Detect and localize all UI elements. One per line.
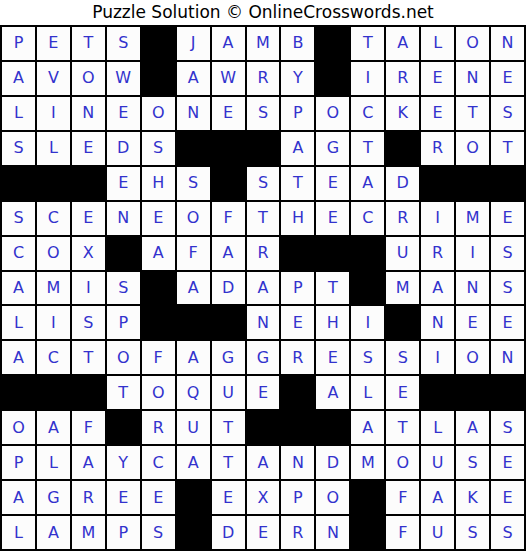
cell-r15c9: R [280, 515, 315, 550]
page-title: Puzzle Solution © OnlineCrosswords.net [92, 2, 434, 22]
cell-r11c3 [71, 375, 106, 410]
cell-r9c14: E [455, 305, 490, 340]
cell-r14c6 [176, 480, 211, 515]
cell-r6c2: C [36, 201, 71, 236]
cell-r15c14: S [455, 515, 490, 550]
cell-r1c6: J [176, 26, 211, 61]
cell-r9c15: E [490, 305, 525, 340]
cell-r12c11: A [350, 410, 385, 445]
cell-r8c5 [141, 271, 176, 306]
cell-r10c4: O [106, 340, 141, 375]
cell-r5c1 [1, 166, 36, 201]
cell-r3c13: E [420, 96, 455, 131]
cell-r1c4: S [106, 26, 141, 61]
cell-r9c9: E [280, 305, 315, 340]
cell-r10c15: N [490, 340, 525, 375]
cell-r4c8 [246, 131, 281, 166]
cell-r11c15 [490, 375, 525, 410]
cell-r2c4: W [106, 61, 141, 96]
cell-r10c5: F [141, 340, 176, 375]
cell-r4c5: S [141, 131, 176, 166]
cell-r2c1: A [1, 61, 36, 96]
cell-r15c11 [350, 515, 385, 550]
cell-r14c13: A [420, 480, 455, 515]
cell-r4c11: T [350, 131, 385, 166]
cell-r15c13: U [420, 515, 455, 550]
cell-r12c15: S [490, 410, 525, 445]
cell-r14c14: K [455, 480, 490, 515]
cell-r7c13: R [420, 236, 455, 271]
cell-r3c8: S [246, 96, 281, 131]
cell-r10c13: I [420, 340, 455, 375]
cell-r14c4: E [106, 480, 141, 515]
cell-r7c10 [315, 236, 350, 271]
cell-r5c13 [420, 166, 455, 201]
cell-r7c5: A [141, 236, 176, 271]
cell-r7c2: O [36, 236, 71, 271]
cell-r15c2: A [36, 515, 71, 550]
cell-r15c15: S [490, 515, 525, 550]
cell-r13c9: N [280, 445, 315, 480]
cell-r5c4: E [106, 166, 141, 201]
cell-r4c10: G [315, 131, 350, 166]
cell-r2c9: Y [280, 61, 315, 96]
cell-r9c7 [211, 305, 246, 340]
cell-r12c4 [106, 410, 141, 445]
cell-r15c8: E [246, 515, 281, 550]
cell-r5c15 [490, 166, 525, 201]
cell-r14c7: E [211, 480, 246, 515]
cell-r11c4: T [106, 375, 141, 410]
cell-r9c2: I [36, 305, 71, 340]
cell-r9c10: H [315, 305, 350, 340]
cell-r5c5: H [141, 166, 176, 201]
cell-r6c11: C [350, 201, 385, 236]
cell-r14c5: E [141, 480, 176, 515]
cell-r13c13: U [420, 445, 455, 480]
cell-r7c11 [350, 236, 385, 271]
cell-r4c14: O [455, 131, 490, 166]
cell-r2c7: W [211, 61, 246, 96]
cell-r12c6: U [176, 410, 211, 445]
cell-r3c14: T [455, 96, 490, 131]
cell-r14c11 [350, 480, 385, 515]
cell-r1c5 [141, 26, 176, 61]
cell-r15c5: S [141, 515, 176, 550]
cell-r7c3: X [71, 236, 106, 271]
cell-r15c10: N [315, 515, 350, 550]
cell-r12c1: O [1, 410, 36, 445]
cell-r6c13: I [420, 201, 455, 236]
cell-r12c3: F [71, 410, 106, 445]
cell-r12c13: L [420, 410, 455, 445]
cell-r10c14: O [455, 340, 490, 375]
cell-r5c7 [211, 166, 246, 201]
cell-r14c2: G [36, 480, 71, 515]
cell-r5c14 [455, 166, 490, 201]
cell-r7c14: I [455, 236, 490, 271]
cell-r12c10 [315, 410, 350, 445]
cell-r10c12: S [385, 340, 420, 375]
cell-r15c12: F [385, 515, 420, 550]
cell-r13c15: E [490, 445, 525, 480]
cell-r8c3: I [71, 271, 106, 306]
cell-r6c7: F [211, 201, 246, 236]
cell-r7c9 [280, 236, 315, 271]
cell-r8c14: N [455, 271, 490, 306]
cell-r14c1: A [1, 480, 36, 515]
cell-r4c13: R [420, 131, 455, 166]
cell-r14c3: R [71, 480, 106, 515]
cell-r3c5: O [141, 96, 176, 131]
cell-r1c11: T [350, 26, 385, 61]
cell-r2c10 [315, 61, 350, 96]
cell-r6c6: O [176, 201, 211, 236]
cell-r1c9: B [280, 26, 315, 61]
cell-r8c13: A [420, 271, 455, 306]
cell-r10c2: C [36, 340, 71, 375]
cell-r4c3: E [71, 131, 106, 166]
cell-r5c3 [71, 166, 106, 201]
cell-r9c3: S [71, 305, 106, 340]
cell-r8c1: A [1, 271, 36, 306]
cell-r10c10: E [315, 340, 350, 375]
cell-r9c8: N [246, 305, 281, 340]
cell-r14c9: P [280, 480, 315, 515]
cell-r2c5 [141, 61, 176, 96]
cell-r8c2: M [36, 271, 71, 306]
cell-r13c11: M [350, 445, 385, 480]
cell-r12c7: T [211, 410, 246, 445]
cell-r2c2: V [36, 61, 71, 96]
cell-r10c6: A [176, 340, 211, 375]
cell-r3c9: P [280, 96, 315, 131]
cell-r6c8: T [246, 201, 281, 236]
cell-r12c9 [280, 410, 315, 445]
cell-r8c6: A [176, 271, 211, 306]
cell-r4c6 [176, 131, 211, 166]
cell-r4c2: L [36, 131, 71, 166]
cell-r3c4: E [106, 96, 141, 131]
cell-r14c12: F [385, 480, 420, 515]
cell-r12c12: T [385, 410, 420, 445]
cell-r2c6: A [176, 61, 211, 96]
cell-r5c12: D [385, 166, 420, 201]
cell-r8c12: M [385, 271, 420, 306]
cell-r11c5: O [141, 375, 176, 410]
cell-r10c9: R [280, 340, 315, 375]
cell-r9c4: P [106, 305, 141, 340]
cell-r12c8 [246, 410, 281, 445]
cell-r9c6 [176, 305, 211, 340]
cell-r4c4: D [106, 131, 141, 166]
cell-r10c1: A [1, 340, 36, 375]
cell-r13c8: A [246, 445, 281, 480]
cell-r4c1: S [1, 131, 36, 166]
cell-r2c15: E [490, 61, 525, 96]
cell-r10c11: S [350, 340, 385, 375]
cell-r8c11 [350, 271, 385, 306]
cell-r15c4: P [106, 515, 141, 550]
cell-r11c9 [280, 375, 315, 410]
cell-r3c3: N [71, 96, 106, 131]
cell-r11c13 [420, 375, 455, 410]
cell-r12c2: A [36, 410, 71, 445]
cell-r10c7: G [211, 340, 246, 375]
cell-r6c15: E [490, 201, 525, 236]
puzzle-solution-page: Puzzle Solution © OnlineCrosswords.net P… [0, 0, 526, 551]
cell-r15c1: L [1, 515, 36, 550]
cell-r6c5: E [141, 201, 176, 236]
cell-r5c9: T [280, 166, 315, 201]
cell-r15c3: M [71, 515, 106, 550]
cell-r1c2: E [36, 26, 71, 61]
cell-r1c13: L [420, 26, 455, 61]
cell-r7c1: C [1, 236, 36, 271]
cell-r3c11: C [350, 96, 385, 131]
cell-r6c9: H [280, 201, 315, 236]
cell-r12c5: R [141, 410, 176, 445]
cell-r4c7 [211, 131, 246, 166]
cell-r3c10: O [315, 96, 350, 131]
cell-r15c7: D [211, 515, 246, 550]
cell-r3c6: N [176, 96, 211, 131]
cell-r4c15: T [490, 131, 525, 166]
cell-r1c14: O [455, 26, 490, 61]
cell-r13c2: L [36, 445, 71, 480]
cell-r2c11: I [350, 61, 385, 96]
cell-r7c15: S [490, 236, 525, 271]
cell-r8c8: A [246, 271, 281, 306]
cell-r8c4: S [106, 271, 141, 306]
cell-r1c8: M [246, 26, 281, 61]
cell-r1c12: A [385, 26, 420, 61]
cell-r13c1: P [1, 445, 36, 480]
cell-r11c2 [36, 375, 71, 410]
cell-r9c1: L [1, 305, 36, 340]
cell-r9c13: N [420, 305, 455, 340]
cell-r5c2 [36, 166, 71, 201]
cell-r6c14: M [455, 201, 490, 236]
cell-r1c7: A [211, 26, 246, 61]
cell-r13c7: T [211, 445, 246, 480]
cell-r10c8: G [246, 340, 281, 375]
cell-r8c10: T [315, 271, 350, 306]
cell-r1c1: P [1, 26, 36, 61]
cell-r11c8: E [246, 375, 281, 410]
cell-r5c11: A [350, 166, 385, 201]
cell-r6c10: E [315, 201, 350, 236]
cell-r13c4: Y [106, 445, 141, 480]
cell-r1c3: T [71, 26, 106, 61]
cell-r3c15: S [490, 96, 525, 131]
cell-r13c3: A [71, 445, 106, 480]
cell-r9c12 [385, 305, 420, 340]
cell-r5c6: S [176, 166, 211, 201]
cell-r9c11: I [350, 305, 385, 340]
cell-r13c14: S [455, 445, 490, 480]
cell-r12c14: A [455, 410, 490, 445]
cell-r4c9: A [280, 131, 315, 166]
cell-r3c12: K [385, 96, 420, 131]
cell-r13c6: A [176, 445, 211, 480]
cell-r2c14: N [455, 61, 490, 96]
cell-r14c10: O [315, 480, 350, 515]
cell-r11c14 [455, 375, 490, 410]
cell-r6c4: N [106, 201, 141, 236]
cell-r8c15: S [490, 271, 525, 306]
cell-r14c15: E [490, 480, 525, 515]
cell-r6c1: S [1, 201, 36, 236]
cell-r15c6 [176, 515, 211, 550]
cell-r14c8: X [246, 480, 281, 515]
cell-r3c2: I [36, 96, 71, 131]
cell-r13c5: C [141, 445, 176, 480]
cell-r11c7: U [211, 375, 246, 410]
cell-r7c7: A [211, 236, 246, 271]
cell-r7c12: U [385, 236, 420, 271]
cell-r11c1 [1, 375, 36, 410]
crossword-grid: PETSJAMBTALONAVOWAWRYIRENELINEONESPOCKET… [0, 25, 526, 551]
cell-r4c12 [385, 131, 420, 166]
cell-r8c7: D [211, 271, 246, 306]
cell-r1c15: N [490, 26, 525, 61]
cell-r3c7: E [211, 96, 246, 131]
cell-r6c12: R [385, 201, 420, 236]
cell-r7c6: F [176, 236, 211, 271]
cell-r1c10 [315, 26, 350, 61]
cell-r2c3: O [71, 61, 106, 96]
cell-r11c12: E [385, 375, 420, 410]
title-bar: Puzzle Solution © OnlineCrosswords.net [0, 0, 526, 25]
cell-r11c6: Q [176, 375, 211, 410]
cell-r2c13: E [420, 61, 455, 96]
cell-r10c3: T [71, 340, 106, 375]
cell-r7c8: R [246, 236, 281, 271]
cell-r2c12: R [385, 61, 420, 96]
cell-r9c5 [141, 305, 176, 340]
cell-r13c12: O [385, 445, 420, 480]
cell-r2c8: R [246, 61, 281, 96]
cell-r7c4 [106, 236, 141, 271]
cell-r11c10: A [315, 375, 350, 410]
cell-r13c10: D [315, 445, 350, 480]
cell-r5c8: S [246, 166, 281, 201]
cell-r11c11: L [350, 375, 385, 410]
cell-r8c9: P [280, 271, 315, 306]
cell-r3c1: L [1, 96, 36, 131]
cell-r6c3: E [71, 201, 106, 236]
cell-r5c10: E [315, 166, 350, 201]
